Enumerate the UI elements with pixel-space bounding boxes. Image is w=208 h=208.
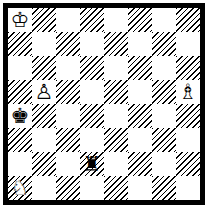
square-d2[interactable]: ♜	[80, 152, 104, 176]
square-h4[interactable]	[176, 104, 200, 128]
square-f1[interactable]	[128, 176, 152, 200]
square-b6[interactable]	[32, 56, 56, 80]
square-g1[interactable]	[152, 176, 176, 200]
square-h1[interactable]	[176, 176, 200, 200]
square-c7[interactable]	[56, 32, 80, 56]
square-a4[interactable]: ♚	[8, 104, 32, 128]
square-c4[interactable]	[56, 104, 80, 128]
square-c5[interactable]	[56, 80, 80, 104]
square-e8[interactable]	[104, 8, 128, 32]
square-d7[interactable]	[80, 32, 104, 56]
square-f6[interactable]	[128, 56, 152, 80]
white-pawn: ♙	[32, 80, 56, 104]
square-c3[interactable]	[56, 128, 80, 152]
square-a5[interactable]	[8, 80, 32, 104]
white-king: ♔	[8, 8, 32, 32]
square-a6[interactable]	[8, 56, 32, 80]
square-f3[interactable]	[128, 128, 152, 152]
square-h8[interactable]	[176, 8, 200, 32]
black-rook: ♜	[80, 152, 104, 176]
square-c2[interactable]	[56, 152, 80, 176]
square-f8[interactable]	[128, 8, 152, 32]
square-e6[interactable]	[104, 56, 128, 80]
chess-board: ♚♔♟♙♝♗♚♜♞♘	[3, 3, 205, 205]
square-g8[interactable]	[152, 8, 176, 32]
square-b7[interactable]	[32, 32, 56, 56]
square-b3[interactable]	[32, 128, 56, 152]
square-b8[interactable]	[32, 8, 56, 32]
square-a2[interactable]	[8, 152, 32, 176]
square-d1[interactable]	[80, 176, 104, 200]
square-a1[interactable]: ♞♘	[8, 176, 32, 200]
square-a7[interactable]	[8, 32, 32, 56]
square-d8[interactable]	[80, 8, 104, 32]
square-h6[interactable]	[176, 56, 200, 80]
square-d4[interactable]	[80, 104, 104, 128]
square-d3[interactable]	[80, 128, 104, 152]
square-c1[interactable]	[56, 176, 80, 200]
square-g5[interactable]	[152, 80, 176, 104]
square-b2[interactable]	[32, 152, 56, 176]
square-b4[interactable]	[32, 104, 56, 128]
square-h7[interactable]	[176, 32, 200, 56]
white-knight: ♘	[8, 176, 32, 200]
square-f4[interactable]	[128, 104, 152, 128]
square-a8[interactable]: ♚♔	[8, 8, 32, 32]
white-bishop: ♗	[176, 80, 200, 104]
square-e5[interactable]	[104, 80, 128, 104]
square-g4[interactable]	[152, 104, 176, 128]
square-g3[interactable]	[152, 128, 176, 152]
square-h5[interactable]: ♝♗	[176, 80, 200, 104]
square-e3[interactable]	[104, 128, 128, 152]
square-e4[interactable]	[104, 104, 128, 128]
black-king: ♚	[8, 104, 32, 128]
square-c8[interactable]	[56, 8, 80, 32]
square-b1[interactable]	[32, 176, 56, 200]
square-g7[interactable]	[152, 32, 176, 56]
square-d6[interactable]	[80, 56, 104, 80]
square-e2[interactable]	[104, 152, 128, 176]
square-e1[interactable]	[104, 176, 128, 200]
chess-diagram: ♚♔♟♙♝♗♚♜♞♘	[0, 0, 208, 208]
square-g6[interactable]	[152, 56, 176, 80]
square-c6[interactable]	[56, 56, 80, 80]
square-e7[interactable]	[104, 32, 128, 56]
square-f7[interactable]	[128, 32, 152, 56]
square-b5[interactable]: ♟♙	[32, 80, 56, 104]
square-f5[interactable]	[128, 80, 152, 104]
square-h2[interactable]	[176, 152, 200, 176]
square-g2[interactable]	[152, 152, 176, 176]
square-d5[interactable]	[80, 80, 104, 104]
square-a3[interactable]	[8, 128, 32, 152]
square-h3[interactable]	[176, 128, 200, 152]
square-f2[interactable]	[128, 152, 152, 176]
